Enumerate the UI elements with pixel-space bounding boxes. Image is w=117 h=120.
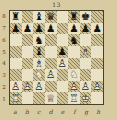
square-g3[interactable] — [80, 69, 92, 81]
square-e3[interactable] — [57, 69, 69, 81]
square-d2[interactable] — [45, 81, 57, 93]
square-h2[interactable]: ♟♙ — [91, 81, 103, 93]
square-g8[interactable]: ♚ — [80, 11, 92, 23]
black-rook: ♜ — [10, 11, 22, 23]
white-knight: ♘ — [33, 69, 45, 81]
rank-labels: 87654321 — [0, 10, 8, 105]
white-pawn: ♙ — [33, 81, 45, 93]
black-pawn: ♟ — [10, 23, 22, 35]
square-f4[interactable] — [68, 58, 80, 70]
square-c6[interactable]: ♞ — [33, 34, 45, 46]
file-label-d: d — [45, 106, 57, 117]
rank-label-5: 5 — [0, 46, 8, 58]
square-b7[interactable]: ♟ — [22, 23, 34, 35]
square-b3[interactable] — [22, 69, 34, 81]
file-labels: abcdefgh — [9, 106, 104, 117]
board: ♜♝♛♜♚♟♟♟♟♟♟♟♞♞♝♟♝♗♝♗♟♙♞♘♟♙♞♘♟♙♟♙♟♙♟♙♟♙♟♙… — [9, 10, 104, 105]
square-e4[interactable]: ♟♙ — [57, 58, 69, 70]
square-d4[interactable] — [45, 58, 57, 70]
white-bishop: ♗ — [33, 58, 45, 70]
square-a1[interactable]: ♜♖ — [10, 92, 22, 104]
file-label-h: h — [92, 106, 104, 117]
square-g2[interactable]: ♟♙ — [80, 81, 92, 93]
black-pawn: ♟ — [57, 46, 69, 58]
rank-label-7: 7 — [0, 22, 8, 34]
white-queen: ♕ — [45, 92, 57, 104]
square-b1[interactable] — [22, 92, 34, 104]
square-c3[interactable]: ♞♘ — [33, 69, 45, 81]
square-c8[interactable]: ♝ — [33, 11, 45, 23]
file-label-a: a — [9, 106, 21, 117]
square-b2[interactable]: ♟♙ — [22, 81, 34, 93]
square-f1[interactable]: ♜♖ — [68, 92, 80, 104]
square-a6[interactable] — [10, 34, 22, 46]
square-f5[interactable] — [68, 46, 80, 58]
square-h5[interactable] — [91, 46, 103, 58]
white-pawn: ♙ — [22, 81, 34, 93]
square-h6[interactable] — [91, 34, 103, 46]
square-e8[interactable] — [57, 11, 69, 23]
square-g4[interactable] — [80, 58, 92, 70]
black-pawn: ♟ — [45, 23, 57, 35]
black-knight: ♞ — [33, 34, 45, 46]
white-pawn: ♙ — [91, 81, 103, 93]
white-pawn: ♙ — [80, 81, 92, 93]
square-f7[interactable]: ♟ — [68, 23, 80, 35]
square-d5[interactable] — [45, 46, 57, 58]
rank-label-3: 3 — [0, 69, 8, 81]
square-e6[interactable] — [57, 34, 69, 46]
square-a3[interactable] — [10, 69, 22, 81]
square-g6[interactable] — [80, 34, 92, 46]
square-e5[interactable]: ♟ — [57, 46, 69, 58]
black-king: ♚ — [80, 11, 92, 23]
square-a4[interactable] — [10, 58, 22, 70]
square-b8[interactable] — [22, 11, 34, 23]
white-pawn: ♙ — [57, 58, 69, 70]
rank-label-1: 1 — [0, 93, 8, 105]
chess-diagram-page: 13 87654321 ♜♝♛♜♚♟♟♟♟♟♟♟♞♞♝♟♝♗♝♗♟♙♞♘♟♙♞♘… — [0, 0, 117, 120]
white-pawn: ♙ — [68, 81, 80, 93]
file-label-f: f — [68, 106, 80, 117]
square-d6[interactable] — [45, 34, 57, 46]
rank-label-6: 6 — [0, 34, 8, 46]
square-h7[interactable]: ♟ — [91, 23, 103, 35]
black-pawn: ♟ — [80, 23, 92, 35]
square-d7[interactable]: ♟ — [45, 23, 57, 35]
diagram-number: 13 — [9, 0, 104, 9]
rank-label-8: 8 — [0, 10, 8, 22]
square-h8[interactable] — [91, 11, 103, 23]
square-f6[interactable]: ♞ — [68, 34, 80, 46]
square-f3[interactable]: ♞♘ — [68, 69, 80, 81]
white-pawn: ♙ — [10, 81, 22, 93]
black-bishop: ♝ — [33, 11, 45, 23]
square-d8[interactable]: ♛ — [45, 11, 57, 23]
rank-label-4: 4 — [0, 58, 8, 70]
square-c1[interactable] — [33, 92, 45, 104]
square-e1[interactable] — [57, 92, 69, 104]
file-label-b: b — [21, 106, 33, 117]
square-b6[interactable] — [22, 34, 34, 46]
black-pawn: ♟ — [33, 23, 45, 35]
white-rook: ♖ — [68, 92, 80, 104]
square-a7[interactable]: ♟ — [10, 23, 22, 35]
black-pawn: ♟ — [91, 23, 103, 35]
black-pawn: ♟ — [68, 23, 80, 35]
square-e7[interactable] — [57, 23, 69, 35]
square-h1[interactable] — [91, 92, 103, 104]
square-f2[interactable]: ♟♙ — [68, 81, 80, 93]
white-bishop: ♗ — [80, 46, 92, 58]
square-c5[interactable]: ♝ — [33, 46, 45, 58]
white-rook: ♖ — [10, 92, 22, 104]
square-g1[interactable]: ♚♔ — [80, 92, 92, 104]
rank-label-2: 2 — [0, 81, 8, 93]
square-b5[interactable] — [22, 46, 34, 58]
square-a2[interactable]: ♟♙ — [10, 81, 22, 93]
square-h4[interactable] — [91, 58, 103, 70]
black-queen: ♛ — [45, 11, 57, 23]
square-d1[interactable]: ♛♕ — [45, 92, 57, 104]
square-a8[interactable]: ♜ — [10, 11, 22, 23]
square-c7[interactable]: ♟ — [33, 23, 45, 35]
file-label-c: c — [33, 106, 45, 117]
black-rook: ♜ — [68, 11, 80, 23]
square-e2[interactable] — [57, 81, 69, 93]
white-king: ♔ — [80, 92, 92, 104]
white-pawn: ♙ — [45, 69, 57, 81]
file-label-e: e — [57, 106, 69, 117]
black-bishop: ♝ — [33, 46, 45, 58]
square-f8[interactable]: ♜ — [68, 11, 80, 23]
square-b4[interactable] — [22, 58, 34, 70]
black-knight: ♞ — [68, 34, 80, 46]
square-g7[interactable]: ♟ — [80, 23, 92, 35]
square-g5[interactable]: ♝♗ — [80, 46, 92, 58]
black-pawn: ♟ — [22, 23, 34, 35]
square-a5[interactable] — [10, 46, 22, 58]
square-d3[interactable]: ♟♙ — [45, 69, 57, 81]
file-label-g: g — [80, 106, 92, 117]
square-c4[interactable]: ♝♗ — [33, 58, 45, 70]
square-c2[interactable]: ♟♙ — [33, 81, 45, 93]
white-knight: ♘ — [68, 69, 80, 81]
square-h3[interactable] — [91, 69, 103, 81]
